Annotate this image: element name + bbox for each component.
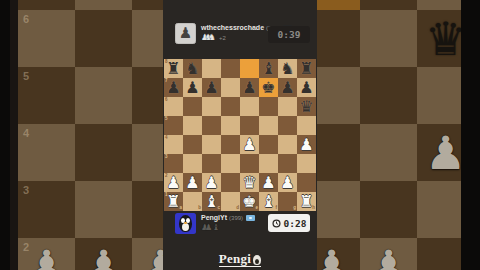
black-knight[interactable]: ♞ <box>278 59 297 78</box>
bottom-player-name[interactable]: PengiYt <box>201 214 227 221</box>
top-captured-pieces: ♟ ♞ ♞ +2 <box>201 33 263 42</box>
square-h4[interactable]: ♟ <box>297 135 316 154</box>
square-c3[interactable] <box>202 154 221 173</box>
top-player-name[interactable]: wthechessrochade <box>201 24 264 31</box>
file-label: g <box>293 206 296 211</box>
bottom-clock-time: 0:28 <box>284 218 307 229</box>
bg-rank-label: 3 <box>23 184 29 196</box>
bottom-player-avatar[interactable] <box>175 213 196 234</box>
square-c7[interactable]: ♟ <box>202 78 221 97</box>
chess-board[interactable]: ♜8♞♝♞♜♟7♟♟♟♚♟♟6♛54♟♟3♟2♟♟♛♟♟♜1ab♝cd♚e♝fg… <box>164 59 316 211</box>
square-b8[interactable]: ♞ <box>183 59 202 78</box>
square-a5[interactable]: 5 <box>164 116 183 135</box>
bg-square-g4 <box>360 124 417 181</box>
square-d5[interactable] <box>221 116 240 135</box>
bg-square-b6 <box>75 10 132 67</box>
captured-white-knight-icon: ♞ <box>208 33 216 42</box>
square-e8[interactable] <box>240 59 259 78</box>
square-g1[interactable]: g <box>278 192 297 211</box>
white-pawn[interactable]: ♟ <box>297 135 316 154</box>
square-a2[interactable]: ♟2 <box>164 173 183 192</box>
rank-label: 1 <box>165 193 168 198</box>
square-f4[interactable] <box>259 135 278 154</box>
bg-square-a6: 6 <box>18 10 75 67</box>
pawn-avatar-icon: ♟ <box>179 26 192 41</box>
video-frame: ♟♟♟♟♚♟♟6♛54♟♟3♟2♟♟♛♟♟ ♟ wthechessrochade… <box>0 0 480 270</box>
square-d4[interactable] <box>221 135 240 154</box>
bg-black-pawn: ♟ <box>360 0 417 10</box>
pengi-watermark: Pengi <box>163 252 317 267</box>
square-a3[interactable]: 3 <box>164 154 183 173</box>
square-c2[interactable]: ♟ <box>202 173 221 192</box>
material-advantage: +2 <box>219 35 226 41</box>
square-f7[interactable]: ♚ <box>259 78 278 97</box>
square-c5[interactable] <box>202 116 221 135</box>
white-pawn[interactable]: ♟ <box>240 135 259 154</box>
bg-square-g6 <box>360 10 417 67</box>
square-h7[interactable]: ♟ <box>297 78 316 97</box>
file-label: c <box>217 206 220 211</box>
top-clock-time: 0:39 <box>278 29 301 40</box>
white-pawn[interactable]: ♟ <box>202 173 221 192</box>
bg-square-a7: ♟ <box>18 0 75 10</box>
left-black-bar <box>0 0 10 270</box>
black-king[interactable]: ♚ <box>259 78 278 97</box>
square-d7[interactable] <box>221 78 240 97</box>
rank-label: 5 <box>165 117 168 122</box>
square-d6[interactable] <box>221 97 240 116</box>
square-f5[interactable] <box>259 116 278 135</box>
file-label: f <box>276 206 278 211</box>
bg-square-g3 <box>360 181 417 238</box>
black-pawn[interactable]: ♟ <box>278 78 297 97</box>
square-h1[interactable]: ♜h <box>297 192 316 211</box>
white-queen[interactable]: ♛ <box>240 173 259 192</box>
bg-square-a3: 3 <box>18 181 75 238</box>
bg-square-a5: 5 <box>18 67 75 124</box>
file-label: a <box>179 206 182 211</box>
square-f8[interactable]: ♝ <box>259 59 278 78</box>
square-g7[interactable]: ♟ <box>278 78 297 97</box>
file-label: h <box>312 206 315 211</box>
square-a4[interactable]: 4 <box>164 135 183 154</box>
bg-black-pawn: ♟ <box>75 0 132 10</box>
square-d1[interactable]: d <box>221 192 240 211</box>
rank-label: 6 <box>165 98 168 103</box>
square-e1[interactable]: ♚e <box>240 192 259 211</box>
bg-square-b2: ♟ <box>75 238 132 270</box>
top-player-clock: 0:39 <box>268 26 310 43</box>
square-f1[interactable]: ♝f <box>259 192 278 211</box>
bg-square-g2: ♟ <box>360 238 417 270</box>
white-pawn[interactable]: ♟ <box>183 173 202 192</box>
penguin-icon <box>253 255 261 265</box>
black-knight[interactable]: ♞ <box>183 59 202 78</box>
square-b3[interactable] <box>183 154 202 173</box>
rank-label: 4 <box>165 136 168 141</box>
square-e6[interactable] <box>240 97 259 116</box>
square-e5[interactable] <box>240 116 259 135</box>
square-g3[interactable] <box>278 154 297 173</box>
square-b5[interactable] <box>183 116 202 135</box>
bg-square-b3 <box>75 181 132 238</box>
captured-black-bishop-icon: ♝ <box>212 223 220 232</box>
square-h3[interactable] <box>297 154 316 173</box>
bottom-player-clock: 0:28 <box>268 214 310 232</box>
black-pawn[interactable]: ♟ <box>202 78 221 97</box>
top-player-row: ♟ wthechessrochade (374) ♟ ♞ ♞ +2 0:39 <box>175 23 310 49</box>
bottom-captured-pieces: ♟ ♟ ♝ <box>201 223 263 232</box>
square-e7[interactable]: ♟ <box>240 78 259 97</box>
bg-square-b7: ♟ <box>75 0 132 10</box>
square-h5[interactable] <box>297 116 316 135</box>
file-label: d <box>236 206 239 211</box>
square-b6[interactable] <box>183 97 202 116</box>
file-label: e <box>255 206 258 211</box>
rank-label: 7 <box>165 79 168 84</box>
top-player-info: wthechessrochade (374) ♟ ♞ ♞ +2 <box>201 23 263 49</box>
bg-square-g5 <box>360 67 417 124</box>
square-f3[interactable] <box>259 154 278 173</box>
bg-square-a4: 4 <box>18 124 75 181</box>
white-pawn[interactable]: ♟ <box>278 173 297 192</box>
bg-rank-label: 6 <box>23 13 29 25</box>
file-label: b <box>198 206 201 211</box>
square-b1[interactable]: b <box>183 192 202 211</box>
square-e3[interactable] <box>240 154 259 173</box>
square-b7[interactable]: ♟ <box>183 78 202 97</box>
rank-label: 8 <box>165 60 168 65</box>
square-g5[interactable] <box>278 116 297 135</box>
black-pawn[interactable]: ♟ <box>297 78 316 97</box>
square-c8[interactable] <box>202 59 221 78</box>
square-c1[interactable]: ♝c <box>202 192 221 211</box>
clock-icon <box>272 219 281 228</box>
bg-white-pawn: ♟ <box>75 238 132 270</box>
white-pawn[interactable]: ♟ <box>259 173 278 192</box>
black-pawn[interactable]: ♟ <box>240 78 259 97</box>
bg-square-a2: ♟2 <box>18 238 75 270</box>
square-c6[interactable] <box>202 97 221 116</box>
square-g8[interactable]: ♞ <box>278 59 297 78</box>
bg-square-g7: ♟ <box>360 0 417 10</box>
bg-square-b5 <box>75 67 132 124</box>
rank-label: 2 <box>165 174 168 179</box>
watermark-link: Pengi <box>219 252 262 267</box>
square-a1[interactable]: ♜1a <box>164 192 183 211</box>
bottom-player-rating: (399) <box>229 215 243 221</box>
square-h6[interactable]: ♛ <box>297 97 316 116</box>
square-a7[interactable]: ♟7 <box>164 78 183 97</box>
square-g4[interactable] <box>278 135 297 154</box>
square-g6[interactable] <box>278 97 297 116</box>
black-bishop[interactable]: ♝ <box>259 59 278 78</box>
square-e2[interactable]: ♛ <box>240 173 259 192</box>
rank-label: 3 <box>165 155 168 160</box>
square-d3[interactable] <box>221 154 240 173</box>
light-blue-flag-icon <box>246 215 255 221</box>
black-pawn[interactable]: ♟ <box>183 78 202 97</box>
square-d8[interactable] <box>221 59 240 78</box>
black-queen[interactable]: ♛ <box>297 97 316 116</box>
bg-rank-label: 5 <box>23 70 29 82</box>
chess-app-panel: ♟ wthechessrochade (374) ♟ ♞ ♞ +2 0:39 ♜ <box>163 0 317 270</box>
watermark-text: Pengi <box>219 252 252 265</box>
square-f2[interactable]: ♟ <box>259 173 278 192</box>
square-h8[interactable]: ♜ <box>297 59 316 78</box>
square-e4[interactable]: ♟ <box>240 135 259 154</box>
square-b2[interactable]: ♟ <box>183 173 202 192</box>
bg-rank-label: 2 <box>23 241 29 253</box>
square-a8[interactable]: ♜8 <box>164 59 183 78</box>
square-g2[interactable]: ♟ <box>278 173 297 192</box>
black-rook[interactable]: ♜ <box>297 59 316 78</box>
square-b4[interactable] <box>183 135 202 154</box>
bg-rank-label: 4 <box>23 127 29 139</box>
bottom-player-info: PengiYt (399) ♟ ♟ ♝ <box>201 213 263 239</box>
bottom-player-row: PengiYt (399) ♟ ♟ ♝ 0:28 <box>175 213 310 239</box>
bg-square-b4 <box>75 124 132 181</box>
square-d2[interactable] <box>221 173 240 192</box>
right-black-bar <box>461 0 480 270</box>
top-player-avatar[interactable]: ♟ <box>175 23 196 44</box>
square-c4[interactable] <box>202 135 221 154</box>
penguin-avatar-icon <box>179 215 192 232</box>
bg-black-pawn: ♟ <box>18 0 75 10</box>
square-h2[interactable] <box>297 173 316 192</box>
square-f6[interactable] <box>259 97 278 116</box>
square-a6[interactable]: 6 <box>164 97 183 116</box>
bg-white-pawn: ♟ <box>360 238 417 270</box>
